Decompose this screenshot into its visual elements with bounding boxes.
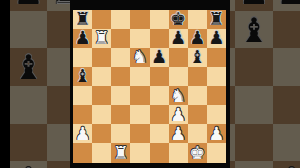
chessboard-frame: ♜♚♜♟♜♟♟♟♞♟♝♝♞♟♟♟♟♜♚ <box>70 0 230 168</box>
bg-piece-black-bishop: ♝ <box>13 50 43 84</box>
piece-white-king: ♚ <box>189 143 205 161</box>
piece-black-bishop: ♝ <box>74 67 90 85</box>
square-d4[interactable] <box>130 86 149 105</box>
bg-square-a5: ♝ <box>10 48 48 86</box>
square-e3[interactable] <box>150 105 169 124</box>
piece-black-rook: ♜ <box>74 10 90 28</box>
piece-black-pawn: ♟ <box>74 29 90 47</box>
square-c5[interactable] <box>111 67 130 86</box>
piece-black-pawn: ♟ <box>208 29 224 47</box>
bg-square-a6 <box>10 11 48 49</box>
square-c8[interactable] <box>111 10 130 29</box>
piece-white-pawn: ♟ <box>170 105 186 123</box>
square-c6[interactable] <box>111 48 130 67</box>
square-b5[interactable] <box>92 67 111 86</box>
bg-square-g2 <box>235 161 273 168</box>
bg-square-a7: ♟ <box>10 0 48 11</box>
square-e5[interactable] <box>150 67 169 86</box>
square-a7[interactable]: ♟ <box>73 29 92 48</box>
bg-square-h7: ♟ <box>273 0 300 11</box>
bg-square-a4 <box>10 86 48 124</box>
piece-white-rook: ♜ <box>94 29 110 47</box>
bg-square-g4 <box>235 86 273 124</box>
square-e1[interactable] <box>150 143 169 162</box>
bg-square-h3 <box>273 124 300 162</box>
bg-square-g5 <box>235 48 273 86</box>
square-f6[interactable] <box>169 48 188 67</box>
bg-square-h6 <box>273 11 300 49</box>
square-c4[interactable] <box>111 86 130 105</box>
square-a4[interactable] <box>73 86 92 105</box>
square-a2[interactable]: ♟ <box>73 124 92 143</box>
square-h6[interactable] <box>207 48 226 67</box>
square-c7[interactable] <box>111 29 130 48</box>
piece-white-knight: ♞ <box>132 48 148 66</box>
piece-white-pawn: ♟ <box>208 124 224 142</box>
piece-white-pawn: ♟ <box>74 124 90 142</box>
bg-square-g6: ♝ <box>235 11 273 49</box>
square-b6[interactable] <box>92 48 111 67</box>
piece-white-rook: ♜ <box>113 143 129 161</box>
piece-black-king: ♚ <box>170 10 186 28</box>
square-d5[interactable] <box>130 67 149 86</box>
square-a5[interactable]: ♝ <box>73 67 92 86</box>
bg-square-a3 <box>10 124 48 162</box>
piece-black-pawn: ♟ <box>170 29 186 47</box>
square-a1[interactable] <box>73 143 92 162</box>
square-f7[interactable]: ♟ <box>169 29 188 48</box>
square-h1[interactable] <box>207 143 226 162</box>
square-b2[interactable] <box>92 124 111 143</box>
chessboard: ♜♚♜♟♜♟♟♟♞♟♝♝♞♟♟♟♟♜♚ <box>73 10 226 163</box>
square-b1[interactable] <box>92 143 111 162</box>
square-g1[interactable]: ♚ <box>188 143 207 162</box>
square-c3[interactable] <box>111 105 130 124</box>
square-g4[interactable] <box>188 86 207 105</box>
square-d1[interactable] <box>130 143 149 162</box>
square-f1[interactable] <box>169 143 188 162</box>
bg-piece-black-pawn: ♟ <box>13 0 43 9</box>
square-b3[interactable] <box>92 105 111 124</box>
square-e4[interactable] <box>150 86 169 105</box>
square-g5[interactable] <box>188 67 207 86</box>
bg-square-g3 <box>235 124 273 162</box>
bg-piece-white-pawn: ♟ <box>13 162 43 168</box>
square-b7[interactable]: ♜ <box>92 29 111 48</box>
square-e8[interactable] <box>150 10 169 29</box>
bg-square-h5 <box>273 48 300 86</box>
square-b4[interactable] <box>92 86 111 105</box>
square-g3[interactable] <box>188 105 207 124</box>
square-h7[interactable]: ♟ <box>207 29 226 48</box>
piece-black-pawn: ♟ <box>189 29 205 47</box>
bg-piece-white-pawn: ♟ <box>276 162 300 168</box>
piece-black-rook: ♜ <box>208 10 224 28</box>
piece-black-bishop: ♝ <box>189 48 205 66</box>
square-h2[interactable]: ♟ <box>207 124 226 143</box>
bg-square-h2: ♟ <box>273 161 300 168</box>
square-f2[interactable]: ♟ <box>169 124 188 143</box>
square-d8[interactable] <box>130 10 149 29</box>
piece-black-pawn: ♟ <box>151 48 167 66</box>
bg-square-h4 <box>273 86 300 124</box>
bg-piece-black-bishop: ♝ <box>239 12 269 46</box>
square-c1[interactable]: ♜ <box>111 143 130 162</box>
square-d3[interactable] <box>130 105 149 124</box>
square-h5[interactable] <box>207 67 226 86</box>
square-d6[interactable]: ♞ <box>130 48 149 67</box>
bg-piece-black-pawn: ♟ <box>276 0 300 9</box>
square-h4[interactable] <box>207 86 226 105</box>
piece-white-pawn: ♟ <box>170 124 186 142</box>
square-g6[interactable]: ♝ <box>188 48 207 67</box>
square-d2[interactable] <box>130 124 149 143</box>
video-frame: ♜♚♜♟♜♟♟♟♞♟♝♝♞♟♟♟♟♜♚ ♜♚♜♟♜♟♟♟♞♟♝♝♞♟♟♟♟♜♚ <box>0 0 300 168</box>
bg-square-a2: ♟ <box>10 161 48 168</box>
piece-white-knight: ♞ <box>170 86 186 104</box>
bg-piece-black-pawn: ♟ <box>239 0 269 9</box>
square-e6[interactable]: ♟ <box>150 48 169 67</box>
square-e2[interactable] <box>150 124 169 143</box>
